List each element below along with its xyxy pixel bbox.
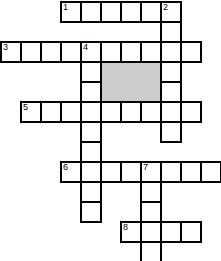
cell-r5-c8[interactable] [160, 101, 182, 123]
cell-r5-c9[interactable] [180, 101, 202, 123]
cell-r5-c1[interactable]: 5 [20, 101, 42, 123]
cell-r0-c3[interactable]: 1 [60, 1, 82, 23]
cell-r3-c4[interactable] [80, 61, 102, 83]
cell-r5-c6[interactable] [120, 101, 142, 123]
clue-number-1: 1 [63, 3, 68, 12]
clue-number-2: 2 [163, 3, 168, 12]
cell-r2-c9[interactable] [180, 41, 202, 63]
cell-r2-c1[interactable] [20, 41, 42, 63]
cell-r8-c6[interactable] [120, 161, 142, 183]
image-placeholder-block [100, 61, 162, 103]
cell-r8-c10[interactable] [200, 161, 221, 183]
cell-r4-c8[interactable] [160, 81, 182, 103]
cell-r5-c4[interactable] [80, 101, 102, 123]
cell-r8-c7[interactable]: 7 [140, 161, 162, 183]
cell-r0-c8[interactable]: 2 [160, 1, 182, 23]
cell-r9-c4[interactable] [80, 181, 102, 203]
cell-r2-c0[interactable]: 3 [0, 41, 22, 63]
clue-number-8: 8 [123, 223, 128, 232]
cell-r10-c7[interactable] [140, 201, 162, 223]
cell-r11-c8[interactable] [160, 221, 182, 243]
cell-r8-c5[interactable] [100, 161, 122, 183]
clue-number-3: 3 [3, 43, 8, 52]
cell-r2-c8[interactable] [160, 41, 182, 63]
cell-r8-c4[interactable] [80, 161, 102, 183]
cell-r2-c6[interactable] [120, 41, 142, 63]
clue-number-5: 5 [23, 103, 28, 112]
cell-r1-c8[interactable] [160, 21, 182, 43]
cell-r2-c4[interactable]: 4 [80, 41, 102, 63]
cell-r5-c2[interactable] [40, 101, 62, 123]
clue-number-7: 7 [143, 163, 148, 172]
crossword-board: 12345678 [0, 1, 220, 261]
cell-r6-c4[interactable] [80, 121, 102, 143]
cell-r2-c7[interactable] [140, 41, 162, 63]
cell-r5-c7[interactable] [140, 101, 162, 123]
cell-r12-c7[interactable] [140, 241, 162, 261]
cell-r0-c4[interactable] [80, 1, 102, 23]
cell-r0-c7[interactable] [140, 1, 162, 23]
cell-r6-c8[interactable] [160, 121, 182, 143]
cell-r3-c8[interactable] [160, 61, 182, 83]
cell-r0-c5[interactable] [100, 1, 122, 23]
cell-r2-c3[interactable] [60, 41, 82, 63]
cell-r7-c4[interactable] [80, 141, 102, 163]
clue-number-4: 4 [83, 43, 88, 52]
cell-r8-c9[interactable] [180, 161, 202, 183]
cell-r9-c7[interactable] [140, 181, 162, 203]
cell-r8-c8[interactable] [160, 161, 182, 183]
cell-r10-c4[interactable] [80, 201, 102, 223]
cell-r2-c5[interactable] [100, 41, 122, 63]
cell-r5-c3[interactable] [60, 101, 82, 123]
cell-r0-c6[interactable] [120, 1, 142, 23]
cell-r11-c7[interactable] [140, 221, 162, 243]
cell-r8-c3[interactable]: 6 [60, 161, 82, 183]
cell-r2-c2[interactable] [40, 41, 62, 63]
cell-r4-c4[interactable] [80, 81, 102, 103]
clue-number-6: 6 [63, 163, 68, 172]
cell-r5-c5[interactable] [100, 101, 122, 123]
cell-r11-c9[interactable] [180, 221, 202, 243]
cell-r11-c6[interactable]: 8 [120, 221, 142, 243]
